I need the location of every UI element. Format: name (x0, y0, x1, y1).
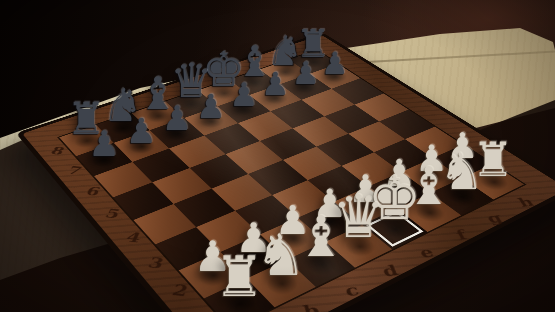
chess-app-scene: 87654321abcdefgh ♜♞♝♛♚♝♞♜♟♟♟♟♟♟♟♟♟♟♟♟♟♟♟… (0, 0, 555, 312)
file-label-b: b (292, 300, 332, 312)
piece-white-rook-a1[interactable]: ♜ (203, 249, 276, 312)
piece-black-pawn-a7[interactable]: ♟ (81, 126, 127, 166)
